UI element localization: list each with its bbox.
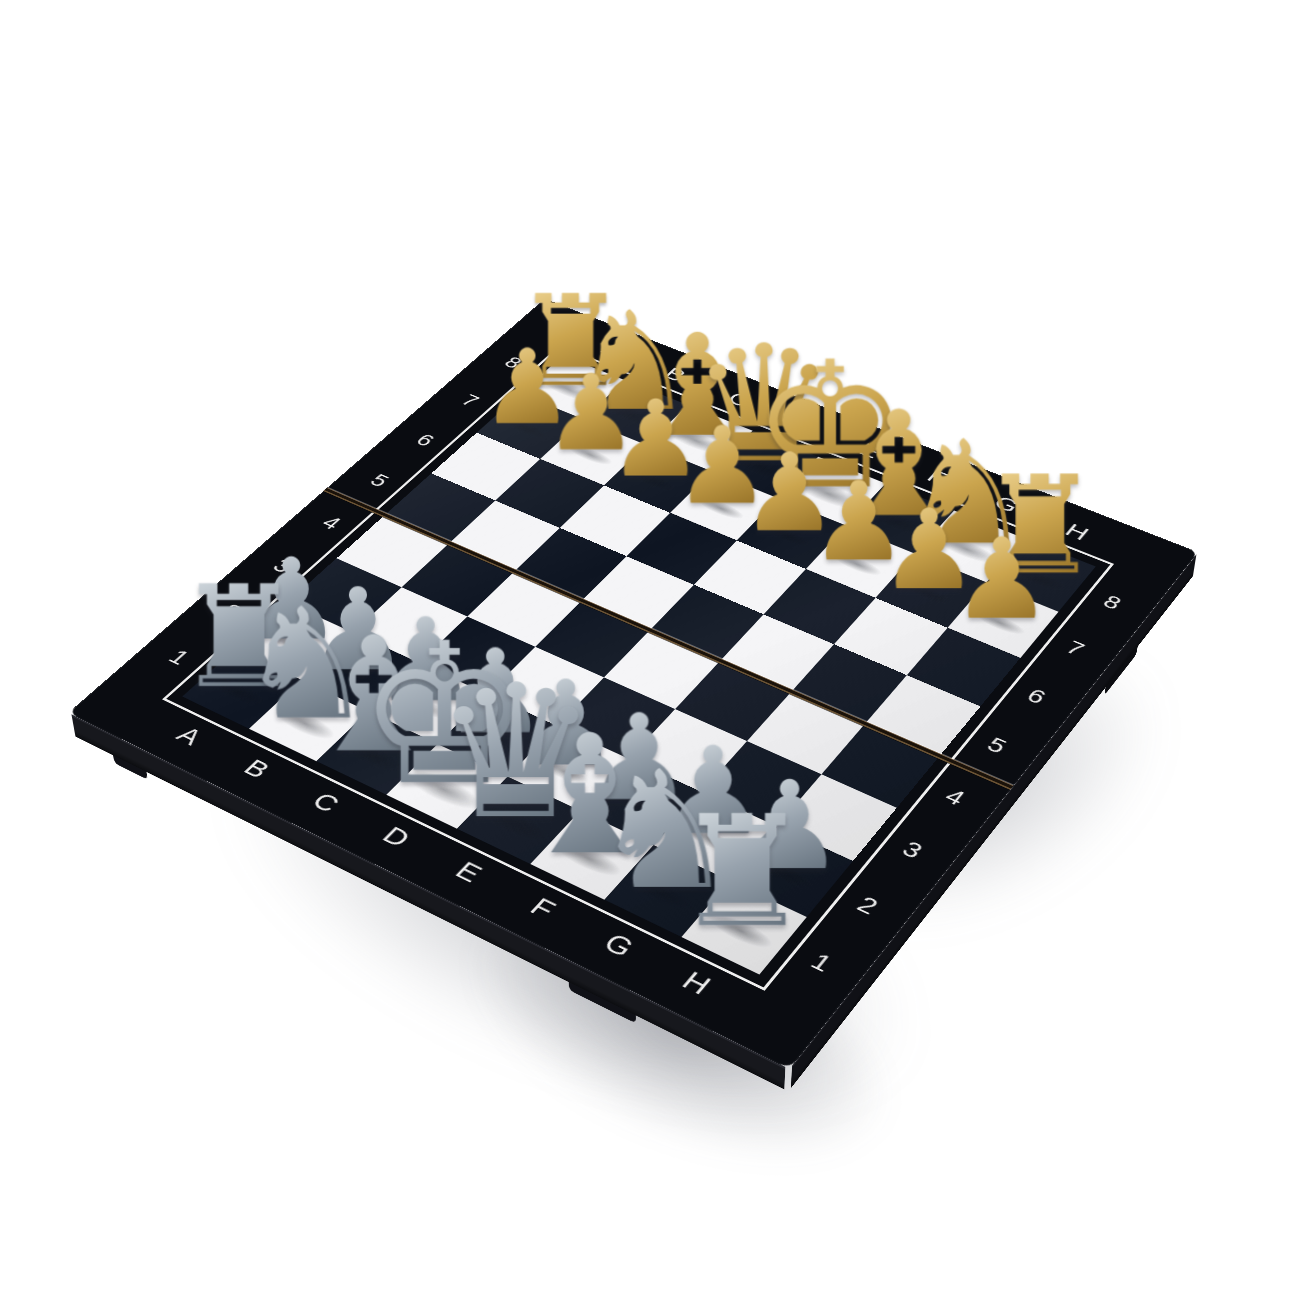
product-photo-stage: ABCDEFGH ABCDEFGH 87654321 87654321 ♜♞♝♛… xyxy=(0,0,1299,1300)
board-foot xyxy=(113,755,148,780)
playing-grid: ♜♞♝♛♚♝♞♜♟♟♟♟♟♟♟♟♟♟♟♟♟♟♟♟♜♞♝♚♛♝♞♜ xyxy=(182,356,1096,975)
rook-glyph: ♜ xyxy=(673,795,811,948)
board-frame: ABCDEFGH ABCDEFGH 87654321 87654321 ♜♞♝♛… xyxy=(68,299,1198,1069)
chessboard: ABCDEFGH ABCDEFGH 87654321 87654321 ♜♞♝♛… xyxy=(68,299,1198,1069)
pawn-glyph: ♟ xyxy=(951,523,1051,635)
